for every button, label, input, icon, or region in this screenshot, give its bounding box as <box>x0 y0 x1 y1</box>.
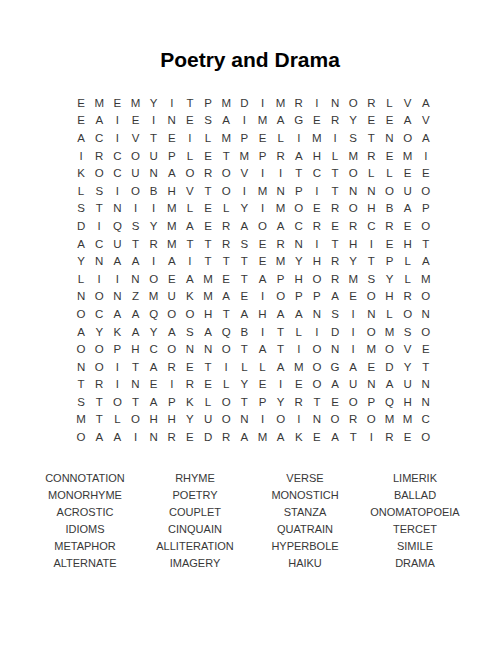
grid-cell[interactable]: N <box>199 340 217 358</box>
grid-cell[interactable]: C <box>290 217 308 235</box>
grid-cell[interactable]: S <box>72 200 90 218</box>
grid-cell[interactable]: E <box>199 217 217 235</box>
grid-cell[interactable]: A <box>417 94 435 112</box>
grid-cell[interactable]: S <box>199 112 217 130</box>
grid-cell[interactable]: I <box>163 94 181 112</box>
grid-cell[interactable]: E <box>199 376 217 394</box>
grid-cell[interactable]: E <box>126 112 144 130</box>
grid-cell[interactable]: A <box>253 340 271 358</box>
grid-cell[interactable]: L <box>217 200 235 218</box>
grid-cell[interactable]: H <box>290 270 308 288</box>
grid-cell[interactable]: E <box>253 252 271 270</box>
grid-cell[interactable]: L <box>290 323 308 341</box>
grid-cell[interactable]: O <box>145 270 163 288</box>
grid-cell[interactable]: A <box>235 217 253 235</box>
grid-cell[interactable]: E <box>380 235 398 253</box>
grid-cell[interactable]: R <box>217 235 235 253</box>
grid-cell[interactable]: S <box>344 129 362 147</box>
grid-cell[interactable]: T <box>217 305 235 323</box>
grid-cell[interactable]: I <box>145 252 163 270</box>
grid-cell[interactable]: T <box>126 235 144 253</box>
grid-cell[interactable]: O <box>90 288 108 306</box>
grid-cell[interactable]: P <box>272 270 290 288</box>
grid-cell[interactable]: T <box>181 235 199 253</box>
grid-cell[interactable]: A <box>272 428 290 446</box>
grid-cell[interactable]: A <box>72 323 90 341</box>
grid-cell[interactable]: Y <box>145 94 163 112</box>
grid-cell[interactable]: I <box>362 428 380 446</box>
grid-cell[interactable]: I <box>290 340 308 358</box>
grid-cell[interactable]: E <box>145 376 163 394</box>
grid-cell[interactable]: O <box>417 182 435 200</box>
grid-cell[interactable]: Y <box>235 376 253 394</box>
grid-cell[interactable]: T <box>326 235 344 253</box>
grid-cell[interactable]: O <box>217 393 235 411</box>
grid-cell[interactable]: T <box>90 200 108 218</box>
grid-cell[interactable]: E <box>380 112 398 130</box>
grid-cell[interactable]: O <box>399 305 417 323</box>
grid-cell[interactable]: R <box>163 358 181 376</box>
grid-cell[interactable]: M <box>235 147 253 165</box>
grid-cell[interactable]: R <box>380 428 398 446</box>
grid-cell[interactable]: K <box>181 393 199 411</box>
grid-cell[interactable]: N <box>90 252 108 270</box>
grid-cell[interactable]: R <box>399 288 417 306</box>
grid-cell[interactable]: T <box>181 94 199 112</box>
grid-cell[interactable]: M <box>199 270 217 288</box>
grid-cell[interactable]: E <box>72 112 90 130</box>
grid-cell[interactable]: L <box>199 393 217 411</box>
grid-cell[interactable]: R <box>290 393 308 411</box>
grid-cell[interactable]: H <box>126 340 144 358</box>
grid-cell[interactable]: A <box>272 358 290 376</box>
grid-cell[interactable]: Y <box>181 411 199 429</box>
grid-cell[interactable]: C <box>417 411 435 429</box>
grid-cell[interactable]: Y <box>90 323 108 341</box>
grid-cell[interactable]: L <box>380 164 398 182</box>
grid-cell[interactable]: E <box>326 217 344 235</box>
grid-cell[interactable]: A <box>380 376 398 394</box>
grid-cell[interactable]: M <box>145 288 163 306</box>
grid-cell[interactable]: T <box>326 164 344 182</box>
grid-cell[interactable]: V <box>181 182 199 200</box>
grid-cell[interactable]: K <box>290 428 308 446</box>
grid-cell[interactable]: M <box>417 270 435 288</box>
grid-cell[interactable]: N <box>181 340 199 358</box>
grid-cell[interactable]: P <box>199 94 217 112</box>
grid-cell[interactable]: R <box>90 147 108 165</box>
grid-cell[interactable]: D <box>199 428 217 446</box>
grid-cell[interactable]: N <box>417 305 435 323</box>
grid-cell[interactable]: Q <box>217 323 235 341</box>
grid-cell[interactable]: U <box>399 182 417 200</box>
grid-cell[interactable]: M <box>272 252 290 270</box>
grid-cell[interactable]: L <box>181 200 199 218</box>
grid-cell[interactable]: O <box>126 147 144 165</box>
grid-cell[interactable]: H <box>399 393 417 411</box>
grid-cell[interactable]: E <box>199 200 217 218</box>
grid-cell[interactable]: N <box>326 94 344 112</box>
grid-cell[interactable]: O <box>90 164 108 182</box>
grid-cell[interactable]: A <box>199 323 217 341</box>
grid-cell[interactable]: O <box>417 323 435 341</box>
grid-cell[interactable]: T <box>145 129 163 147</box>
grid-cell[interactable]: I <box>308 235 326 253</box>
grid-cell[interactable]: O <box>163 340 181 358</box>
grid-cell[interactable]: I <box>235 112 253 130</box>
grid-cell[interactable]: A <box>272 217 290 235</box>
grid-cell[interactable]: M <box>380 411 398 429</box>
grid-cell[interactable]: R <box>326 270 344 288</box>
grid-cell[interactable]: P <box>290 182 308 200</box>
grid-cell[interactable]: L <box>362 164 380 182</box>
grid-cell[interactable]: E <box>417 164 435 182</box>
grid-cell[interactable]: O <box>417 428 435 446</box>
grid-cell[interactable]: P <box>253 147 271 165</box>
grid-cell[interactable]: T <box>199 358 217 376</box>
grid-cell[interactable]: A <box>145 358 163 376</box>
grid-cell[interactable]: D <box>72 217 90 235</box>
grid-cell[interactable]: R <box>163 428 181 446</box>
grid-cell[interactable]: E <box>199 147 217 165</box>
grid-cell[interactable]: T <box>290 164 308 182</box>
grid-cell[interactable]: O <box>417 288 435 306</box>
grid-cell[interactable]: H <box>308 147 326 165</box>
grid-cell[interactable]: I <box>108 112 126 130</box>
grid-cell[interactable]: Y <box>344 112 362 130</box>
grid-cell[interactable]: N <box>235 411 253 429</box>
grid-cell[interactable]: O <box>308 270 326 288</box>
grid-cell[interactable]: T <box>235 340 253 358</box>
grid-cell[interactable]: M <box>399 411 417 429</box>
grid-cell[interactable]: G <box>290 112 308 130</box>
grid-cell[interactable]: L <box>72 182 90 200</box>
grid-cell[interactable]: P <box>308 288 326 306</box>
grid-cell[interactable]: R <box>272 147 290 165</box>
grid-cell[interactable]: M <box>344 270 362 288</box>
grid-cell[interactable]: P <box>417 200 435 218</box>
grid-cell[interactable]: O <box>380 340 398 358</box>
grid-cell[interactable]: I <box>90 217 108 235</box>
grid-cell[interactable]: P <box>362 393 380 411</box>
grid-cell[interactable]: I <box>344 323 362 341</box>
grid-cell[interactable]: A <box>326 376 344 394</box>
grid-cell[interactable]: E <box>181 358 199 376</box>
grid-cell[interactable]: I <box>272 376 290 394</box>
grid-cell[interactable]: O <box>90 358 108 376</box>
grid-cell[interactable]: B <box>235 323 253 341</box>
grid-cell[interactable]: O <box>380 182 398 200</box>
grid-cell[interactable]: T <box>217 147 235 165</box>
grid-cell[interactable]: L <box>272 129 290 147</box>
grid-cell[interactable]: A <box>126 323 144 341</box>
grid-cell[interactable]: C <box>145 340 163 358</box>
grid-cell[interactable]: O <box>181 164 199 182</box>
grid-cell[interactable]: R <box>145 235 163 253</box>
grid-cell[interactable]: E <box>326 393 344 411</box>
grid-cell[interactable]: T <box>417 235 435 253</box>
grid-cell[interactable]: Q <box>108 217 126 235</box>
grid-cell[interactable]: O <box>344 164 362 182</box>
grid-cell[interactable]: T <box>272 340 290 358</box>
grid-cell[interactable]: N <box>145 428 163 446</box>
grid-cell[interactable]: E <box>362 112 380 130</box>
grid-cell[interactable]: I <box>145 112 163 130</box>
grid-cell[interactable]: K <box>108 323 126 341</box>
grid-cell[interactable]: A <box>145 393 163 411</box>
grid-cell[interactable]: I <box>235 182 253 200</box>
grid-cell[interactable]: E <box>344 288 362 306</box>
grid-cell[interactable]: P <box>235 129 253 147</box>
grid-cell[interactable]: E <box>399 428 417 446</box>
grid-cell[interactable]: O <box>344 393 362 411</box>
grid-cell[interactable]: R <box>199 164 217 182</box>
grid-cell[interactable]: N <box>362 305 380 323</box>
grid-cell[interactable]: Y <box>399 358 417 376</box>
grid-cell[interactable]: H <box>253 305 271 323</box>
grid-cell[interactable]: C <box>362 217 380 235</box>
grid-cell[interactable]: O <box>344 94 362 112</box>
grid-cell[interactable]: M <box>272 200 290 218</box>
grid-cell[interactable]: N <box>344 182 362 200</box>
grid-cell[interactable]: L <box>326 147 344 165</box>
grid-cell[interactable]: Z <box>126 288 144 306</box>
grid-cell[interactable]: C <box>108 164 126 182</box>
grid-cell[interactable]: I <box>290 129 308 147</box>
grid-cell[interactable]: U <box>399 376 417 394</box>
grid-cell[interactable]: R <box>308 217 326 235</box>
grid-cell[interactable]: T <box>199 182 217 200</box>
grid-cell[interactable]: H <box>362 200 380 218</box>
grid-cell[interactable]: N <box>272 182 290 200</box>
grid-cell[interactable]: I <box>108 129 126 147</box>
grid-cell[interactable]: O <box>308 340 326 358</box>
grid-cell[interactable]: B <box>145 182 163 200</box>
grid-cell[interactable]: C <box>90 235 108 253</box>
grid-cell[interactable]: M <box>163 217 181 235</box>
grid-cell[interactable]: I <box>181 252 199 270</box>
grid-cell[interactable]: I <box>308 94 326 112</box>
grid-cell[interactable]: L <box>199 129 217 147</box>
grid-cell[interactable]: V <box>235 164 253 182</box>
grid-cell[interactable]: O <box>417 217 435 235</box>
grid-cell[interactable]: V <box>399 340 417 358</box>
grid-cell[interactable]: E <box>308 428 326 446</box>
grid-cell[interactable]: N <box>380 129 398 147</box>
grid-cell[interactable]: S <box>326 305 344 323</box>
grid-cell[interactable]: R <box>362 147 380 165</box>
grid-cell[interactable]: P <box>253 393 271 411</box>
grid-cell[interactable]: I <box>344 305 362 323</box>
grid-cell[interactable]: E <box>380 147 398 165</box>
grid-cell[interactable]: A <box>290 305 308 323</box>
grid-cell[interactable]: T <box>362 252 380 270</box>
grid-cell[interactable]: I <box>108 182 126 200</box>
grid-cell[interactable]: E <box>290 376 308 394</box>
grid-cell[interactable]: O <box>217 411 235 429</box>
grid-cell[interactable]: P <box>163 393 181 411</box>
grid-cell[interactable]: I <box>217 358 235 376</box>
grid-cell[interactable]: Y <box>72 252 90 270</box>
grid-cell[interactable]: E <box>72 94 90 112</box>
grid-cell[interactable]: A <box>272 305 290 323</box>
grid-cell[interactable]: R <box>362 94 380 112</box>
grid-cell[interactable]: A <box>417 252 435 270</box>
grid-cell[interactable]: R <box>326 200 344 218</box>
grid-cell[interactable]: I <box>344 340 362 358</box>
grid-cell[interactable]: N <box>362 376 380 394</box>
grid-cell[interactable]: R <box>217 428 235 446</box>
grid-cell[interactable]: R <box>272 235 290 253</box>
grid-cell[interactable]: A <box>399 200 417 218</box>
grid-cell[interactable]: S <box>90 182 108 200</box>
grid-cell[interactable]: N <box>326 340 344 358</box>
grid-cell[interactable]: L <box>217 376 235 394</box>
grid-cell[interactable]: A <box>217 288 235 306</box>
grid-cell[interactable]: U <box>163 288 181 306</box>
grid-cell[interactable]: O <box>126 182 144 200</box>
grid-cell[interactable]: I <box>290 411 308 429</box>
grid-cell[interactable]: G <box>326 358 344 376</box>
grid-cell[interactable]: O <box>72 428 90 446</box>
grid-cell[interactable]: N <box>72 358 90 376</box>
grid-cell[interactable]: L <box>253 358 271 376</box>
grid-cell[interactable]: T <box>126 358 144 376</box>
grid-cell[interactable]: V <box>417 112 435 130</box>
grid-cell[interactable]: I <box>417 147 435 165</box>
grid-cell[interactable]: A <box>344 358 362 376</box>
grid-cell[interactable]: I <box>253 200 271 218</box>
grid-cell[interactable]: T <box>199 235 217 253</box>
grid-cell[interactable]: N <box>308 411 326 429</box>
grid-cell[interactable]: M <box>253 182 271 200</box>
grid-cell[interactable]: M <box>217 94 235 112</box>
grid-cell[interactable]: Y <box>344 252 362 270</box>
grid-cell[interactable]: A <box>72 235 90 253</box>
grid-cell[interactable]: O <box>72 340 90 358</box>
grid-cell[interactable]: I <box>253 94 271 112</box>
grid-cell[interactable]: E <box>253 235 271 253</box>
grid-cell[interactable]: E <box>399 217 417 235</box>
grid-cell[interactable]: A <box>399 112 417 130</box>
grid-cell[interactable]: M <box>199 288 217 306</box>
grid-cell[interactable]: T <box>217 252 235 270</box>
grid-cell[interactable]: N <box>308 305 326 323</box>
grid-cell[interactable]: N <box>417 393 435 411</box>
grid-cell[interactable]: E <box>399 164 417 182</box>
grid-cell[interactable]: E <box>108 94 126 112</box>
grid-cell[interactable]: C <box>90 305 108 323</box>
grid-cell[interactable]: Q <box>380 393 398 411</box>
grid-cell[interactable]: H <box>399 235 417 253</box>
grid-cell[interactable]: N <box>145 164 163 182</box>
grid-cell[interactable]: O <box>399 129 417 147</box>
grid-cell[interactable]: N <box>417 376 435 394</box>
grid-cell[interactable]: V <box>399 94 417 112</box>
grid-cell[interactable]: L <box>72 270 90 288</box>
grid-cell[interactable]: A <box>163 252 181 270</box>
grid-cell[interactable]: K <box>72 164 90 182</box>
grid-cell[interactable]: C <box>108 147 126 165</box>
grid-cell[interactable]: R <box>181 376 199 394</box>
grid-cell[interactable]: E <box>417 340 435 358</box>
grid-cell[interactable]: B <box>380 200 398 218</box>
grid-cell[interactable]: P <box>380 252 398 270</box>
grid-cell[interactable]: E <box>362 358 380 376</box>
grid-cell[interactable]: O <box>362 323 380 341</box>
grid-cell[interactable]: T <box>235 393 253 411</box>
grid-cell[interactable]: L <box>380 305 398 323</box>
grid-cell[interactable]: R <box>90 376 108 394</box>
grid-cell[interactable]: K <box>181 288 199 306</box>
grid-cell[interactable]: L <box>399 252 417 270</box>
grid-cell[interactable]: R <box>344 411 362 429</box>
grid-cell[interactable]: O <box>217 182 235 200</box>
grid-cell[interactable]: M <box>308 129 326 147</box>
grid-cell[interactable]: S <box>235 235 253 253</box>
grid-cell[interactable]: E <box>163 129 181 147</box>
grid-cell[interactable]: I <box>163 376 181 394</box>
grid-cell[interactable]: M <box>272 94 290 112</box>
grid-cell[interactable]: I <box>108 270 126 288</box>
grid-cell[interactable]: M <box>253 428 271 446</box>
grid-cell[interactable]: N <box>126 376 144 394</box>
grid-cell[interactable]: S <box>362 270 380 288</box>
grid-cell[interactable]: N <box>108 288 126 306</box>
grid-cell[interactable]: T <box>126 393 144 411</box>
grid-cell[interactable]: I <box>181 129 199 147</box>
grid-cell[interactable]: O <box>217 340 235 358</box>
grid-cell[interactable]: I <box>308 182 326 200</box>
grid-cell[interactable]: D <box>235 94 253 112</box>
grid-cell[interactable]: D <box>326 323 344 341</box>
grid-cell[interactable]: N <box>362 182 380 200</box>
grid-cell[interactable]: A <box>235 428 253 446</box>
grid-cell[interactable]: T <box>90 393 108 411</box>
grid-cell[interactable]: M <box>399 147 417 165</box>
grid-cell[interactable]: A <box>126 252 144 270</box>
grid-cell[interactable]: A <box>326 428 344 446</box>
grid-cell[interactable]: T <box>308 393 326 411</box>
grid-cell[interactable]: M <box>163 235 181 253</box>
grid-cell[interactable]: Y <box>272 393 290 411</box>
grid-cell[interactable]: S <box>72 393 90 411</box>
grid-cell[interactable]: T <box>326 182 344 200</box>
grid-cell[interactable]: E <box>181 428 199 446</box>
grid-cell[interactable]: I <box>126 428 144 446</box>
grid-cell[interactable]: O <box>272 288 290 306</box>
grid-cell[interactable]: O <box>290 200 308 218</box>
grid-cell[interactable]: O <box>181 305 199 323</box>
grid-cell[interactable]: O <box>308 376 326 394</box>
grid-cell[interactable]: I <box>90 270 108 288</box>
grid-cell[interactable]: N <box>163 112 181 130</box>
grid-cell[interactable]: O <box>362 288 380 306</box>
grid-cell[interactable]: M <box>163 200 181 218</box>
grid-cell[interactable]: T <box>199 252 217 270</box>
grid-cell[interactable]: T <box>72 376 90 394</box>
grid-cell[interactable]: R <box>326 252 344 270</box>
grid-cell[interactable]: H <box>380 288 398 306</box>
grid-cell[interactable]: E <box>308 200 326 218</box>
grid-cell[interactable]: R <box>344 217 362 235</box>
grid-cell[interactable]: O <box>108 393 126 411</box>
grid-cell[interactable]: E <box>308 112 326 130</box>
grid-cell[interactable]: E <box>181 112 199 130</box>
grid-cell[interactable]: E <box>217 270 235 288</box>
grid-cell[interactable]: I <box>253 288 271 306</box>
grid-cell[interactable]: I <box>272 164 290 182</box>
